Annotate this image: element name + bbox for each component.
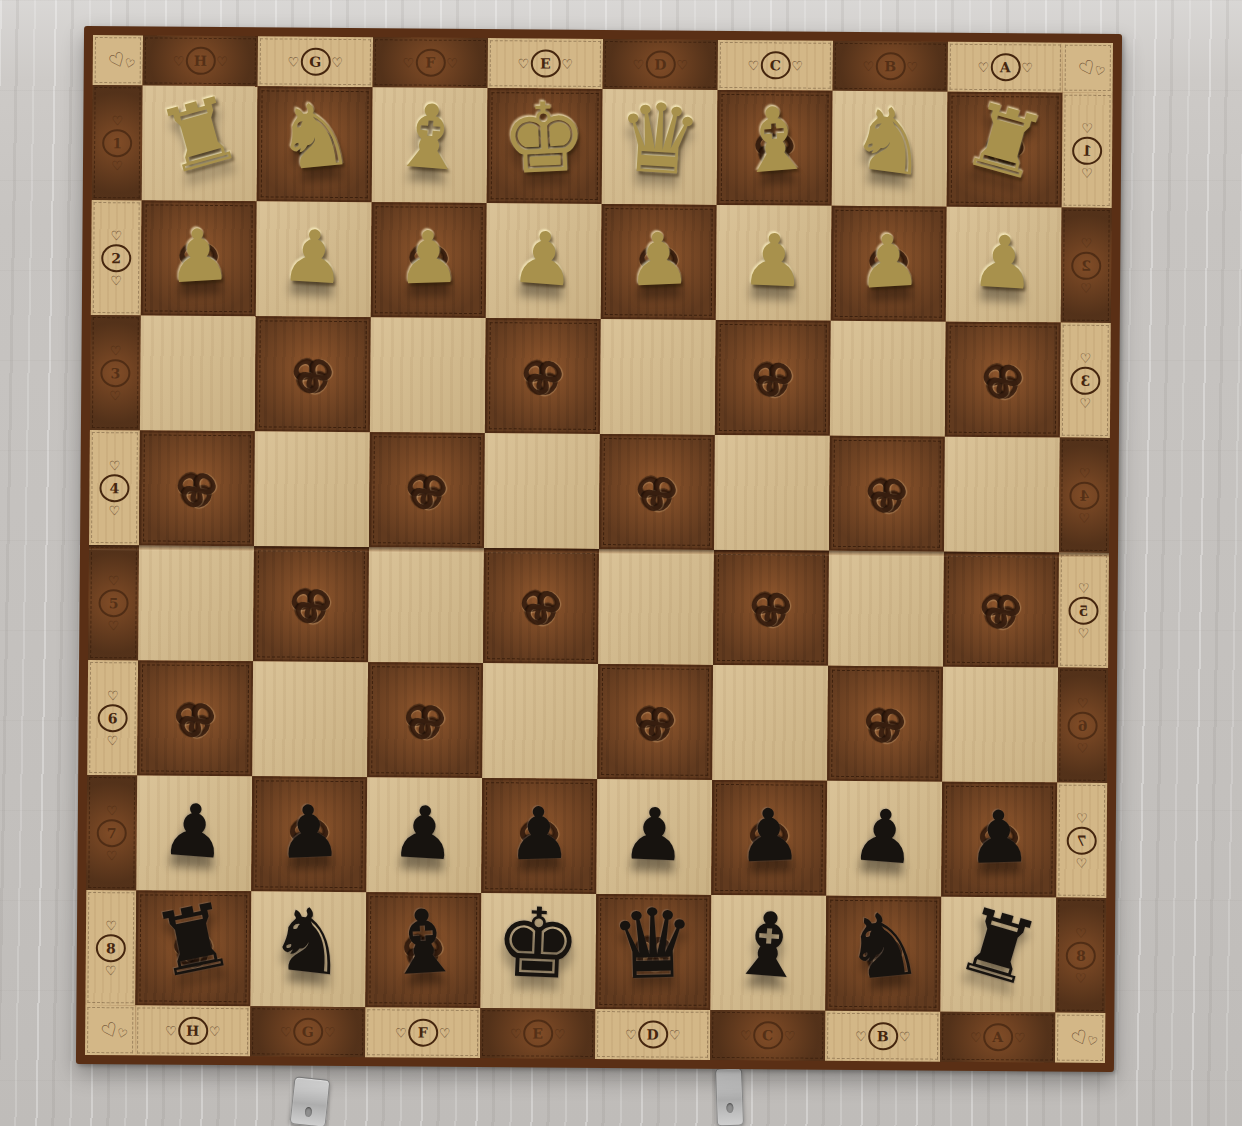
label-medallion: 2 [101,228,131,288]
square-a3[interactable] [945,322,1061,438]
rank-label-left-3: 3 [90,315,141,430]
square-d3[interactable] [600,319,716,435]
file-letter: F [415,49,445,77]
rank-number: 1 [102,129,132,157]
file-label-bottom-c: C [710,1010,825,1061]
label-medallion: 1 [102,113,132,173]
rank-number: 5 [1068,596,1098,624]
label-medallion: B [855,1022,911,1050]
file-letter: E [523,1019,553,1047]
square-h7[interactable]: ♟ [136,775,252,891]
square-d2[interactable]: ♟ [601,204,717,320]
rank-label-left-5: 5 [88,545,139,660]
piece-wB-f1[interactable]: ♝ [387,90,472,184]
file-label-bottom-a: A [940,1012,1055,1063]
file-letter: F [408,1019,438,1047]
label-medallion: 7 [97,803,127,863]
rank-label-right-3: 3 [1060,323,1111,438]
label-medallion: B [863,52,919,80]
square-g7[interactable]: ♟ [251,776,367,892]
file-letter: H [185,47,215,75]
label-medallion: F [395,1018,451,1046]
file-letter: B [868,1022,898,1050]
square-f2[interactable]: ♟ [371,202,487,318]
file-letter: A [983,1023,1013,1051]
piece-wP-b2[interactable]: ♟ [854,223,923,299]
piece-bP-a7[interactable]: ♟ [966,800,1032,874]
file-letter: B [875,52,905,80]
square-c5[interactable] [713,550,829,666]
square-a4[interactable] [944,437,1060,553]
burned-butterfly-ornament-icon [137,660,253,776]
burned-butterfly-ornament-icon [945,322,1061,438]
square-g4[interactable] [254,431,370,547]
file-letter: D [638,1020,668,1048]
square-h1[interactable]: ♜ [142,85,258,201]
rank-label-right-5: 5 [1058,553,1109,668]
file-letter: A [990,53,1020,81]
square-e7[interactable]: ♟ [481,778,597,894]
square-b1[interactable]: ♞ [832,91,948,207]
burned-butterfly-ornament-icon [253,546,369,662]
square-a8[interactable]: ♜ [940,897,1056,1013]
square-g6[interactable] [252,661,368,777]
burned-butterfly-ornament-icon [713,550,829,666]
square-h6[interactable] [137,660,253,776]
rank-label-left-6: 6 [87,660,138,775]
file-label-bottom-b: B [825,1011,940,1062]
square-f6[interactable] [367,662,483,778]
burned-butterfly-ornament-icon [599,434,715,550]
piece-wB-c1[interactable]: ♝ [732,93,818,187]
corner-heart-ornament: ♡ [1063,43,1113,93]
square-c8[interactable]: ♝ [710,895,826,1011]
piece-bR-a8[interactable]: ♜ [948,893,1049,1000]
file-letter: G [300,48,330,76]
square-h5[interactable] [138,545,254,661]
piece-wP-a2[interactable]: ♟ [969,224,1038,300]
piece-wP-c2[interactable]: ♟ [740,223,808,298]
burned-butterfly-ornament-icon [829,436,945,552]
heart-icon: ♡ [1076,54,1100,81]
label-medallion: C [740,1021,796,1049]
square-f4[interactable] [369,432,485,548]
label-medallion: A [970,1023,1026,1051]
label-medallion: H [165,1017,221,1045]
label-medallion: 8 [96,918,126,978]
piece-wP-e2[interactable]: ♟ [509,220,579,297]
square-f7[interactable]: ♟ [366,777,482,893]
label-medallion: 6 [1067,695,1097,755]
file-letter: G [293,1018,323,1046]
square-d7[interactable]: ♟ [596,779,712,895]
piece-bP-g7[interactable]: ♟ [275,794,343,869]
square-a6[interactable] [942,667,1058,783]
rank-label-left-1: 1 [92,85,143,200]
square-d1[interactable]: ♛ [602,89,718,205]
square-f3[interactable] [370,317,486,433]
label-medallion: F [403,48,459,76]
rank-number: 8 [1066,941,1096,969]
label-medallion: 4 [99,458,129,518]
square-e8[interactable]: ♚ [480,893,596,1009]
label-medallion: E [518,49,574,77]
label-medallion: G [288,48,344,76]
square-b2[interactable]: ♟ [831,206,947,322]
piece-wN-g1[interactable]: ♞ [271,89,358,184]
square-b5[interactable] [828,551,944,667]
file-label-top-h: H [143,35,258,86]
square-c7[interactable]: ♟ [711,780,827,896]
rank-number: 8 [96,934,126,962]
burned-butterfly-ornament-icon [255,316,371,432]
square-h2[interactable]: ♟ [141,200,257,316]
burned-butterfly-ornament-icon [485,318,601,434]
piece-bK-e8[interactable]: ♚ [493,893,583,993]
rank-number: 7 [97,819,127,847]
file-label-bottom-h: H [135,1005,250,1056]
square-c1[interactable]: ♝ [717,90,833,206]
burned-butterfly-ornament-icon [715,320,831,436]
rank-number: 1 [1072,136,1102,164]
square-b6[interactable] [827,666,943,782]
label-medallion: 1 [1072,120,1102,180]
label-medallion: 2 [1071,235,1101,295]
burned-butterfly-ornament-icon [369,432,485,548]
square-g5[interactable] [253,546,369,662]
piece-wP-d2[interactable]: ♟ [625,222,693,297]
corner-heart-ornament: ♡ [85,1005,135,1055]
piece-bP-h7[interactable]: ♟ [159,792,229,869]
square-d6[interactable] [597,664,713,780]
burned-butterfly-ornament-icon [139,430,255,546]
floor-background: ♡HGFEDCBA♡1♜♞♝♚♛♝♞♜12♟♟♟♟♟♟♟♟2334455667♟… [0,0,1242,1126]
file-label-bottom-d: D [595,1009,710,1060]
heart-icon: ♡ [1068,1024,1092,1051]
square-f1[interactable]: ♝ [372,87,488,203]
file-letter: C [760,51,790,79]
square-g1[interactable]: ♞ [257,86,373,202]
square-e2[interactable]: ♟ [486,203,602,319]
square-e3[interactable] [485,318,601,434]
piece-wP-h2[interactable]: ♟ [164,217,233,293]
file-label-bottom-e: E [480,1008,595,1059]
rank-label-left-8: 8 [85,890,136,1005]
square-b7[interactable]: ♟ [826,781,942,897]
rank-label-right-8: 8 [1055,898,1106,1013]
square-d8[interactable]: ♛ [595,894,711,1010]
piece-bQ-d8[interactable]: ♛ [609,895,698,993]
piece-bN-g8[interactable]: ♞ [264,893,352,989]
square-h4[interactable] [139,430,255,546]
corner-heart-ornament: ♡ [1055,1013,1105,1063]
label-medallion: D [633,50,689,78]
burned-butterfly-ornament-icon [597,664,713,780]
piece-bB-f8[interactable]: ♝ [381,896,465,989]
label-medallion: 3 [1070,350,1100,410]
piece-bP-e7[interactable]: ♟ [506,796,572,870]
square-c2[interactable]: ♟ [716,205,832,321]
square-g8[interactable]: ♞ [250,891,366,1007]
square-a7[interactable]: ♟ [941,782,1057,898]
label-medallion: A [978,53,1034,81]
piece-wN-b1[interactable]: ♞ [845,92,935,189]
burned-butterfly-ornament-icon [943,552,1059,668]
rank-label-left-4: 4 [89,430,140,545]
square-h8[interactable]: ♜ [135,890,251,1006]
square-h3[interactable] [140,315,256,431]
square-a5[interactable] [943,552,1059,668]
square-g3[interactable] [255,316,371,432]
square-a1[interactable]: ♜ [947,92,1063,208]
square-e4[interactable] [484,433,600,549]
corner-heart-ornament: ♡ [93,35,143,85]
file-letter: C [753,1021,783,1049]
file-label-top-a: A [948,42,1063,93]
file-letter: H [178,1017,208,1045]
file-label-top-c: C [718,40,833,91]
label-medallion: 5 [98,573,128,633]
piece-bP-b7[interactable]: ♟ [849,797,919,874]
square-f5[interactable] [368,547,484,663]
burned-butterfly-ornament-icon [367,662,483,778]
piece-bP-f7[interactable]: ♟ [390,794,459,870]
rank-number: 6 [98,704,128,732]
rank-label-right-6: 6 [1057,668,1108,783]
label-medallion: 8 [1066,925,1096,985]
square-c4[interactable] [714,435,830,551]
metal-clasp-right [715,1068,744,1126]
file-label-top-b: B [833,41,948,92]
square-d4[interactable] [599,434,715,550]
rank-number: 2 [101,244,131,272]
piece-bP-d7[interactable]: ♟ [620,797,688,872]
rank-label-right-1: 1 [1062,93,1113,208]
square-f8[interactable]: ♝ [365,892,481,1008]
label-medallion: H [173,47,229,75]
square-b4[interactable] [829,436,945,552]
piece-bN-b8[interactable]: ♞ [840,898,927,993]
rank-label-right-2: 2 [1061,208,1112,323]
rank-number: 3 [100,359,130,387]
piece-wQ-d1[interactable]: ♛ [614,88,706,189]
square-e5[interactable] [483,548,599,664]
label-medallion: C [748,51,804,79]
label-medallion: 6 [97,688,127,748]
label-medallion: G [280,1018,336,1046]
rank-number: 7 [1067,826,1097,854]
rank-number: 6 [1068,711,1098,739]
square-b8[interactable]: ♞ [825,896,941,1012]
piece-wP-f2[interactable]: ♟ [396,220,462,294]
piece-wP-g2[interactable]: ♟ [279,218,348,294]
square-c3[interactable] [715,320,831,436]
metal-clasp-left [290,1076,331,1126]
square-e1[interactable]: ♚ [487,88,603,204]
file-label-bottom-f: F [365,1007,480,1058]
rank-label-left-7: 7 [86,775,137,890]
rank-number: 5 [98,589,128,617]
rank-label-right-7: 7 [1056,783,1107,898]
file-label-bottom-g: G [250,1006,365,1057]
rank-number: 4 [99,474,129,502]
file-letter: D [645,50,675,78]
burned-butterfly-ornament-icon [483,548,599,664]
square-a2[interactable]: ♟ [946,207,1062,323]
label-medallion: 4 [1069,465,1099,525]
label-medallion: 7 [1066,810,1096,870]
file-label-top-e: E [488,38,603,89]
piece-bP-c7[interactable]: ♟ [735,797,803,872]
rank-label-right-4: 4 [1059,438,1110,553]
heart-icon: ♡ [106,47,130,74]
rank-label-left-2: 2 [91,200,142,315]
file-label-top-f: F [373,37,488,88]
square-c6[interactable] [712,665,828,781]
square-d5[interactable] [598,549,714,665]
file-label-top-g: G [258,36,373,87]
burned-butterfly-ornament-icon [827,666,943,782]
label-medallion: 3 [100,343,130,403]
square-b3[interactable] [830,321,946,437]
heart-icon: ♡ [98,1017,122,1044]
label-medallion: D [625,1020,681,1048]
square-e6[interactable] [482,663,598,779]
rank-number: 2 [1071,251,1101,279]
piece-bB-c8[interactable]: ♝ [726,898,811,992]
file-letter: E [530,49,560,77]
label-medallion: 5 [1068,580,1098,640]
rank-number: 4 [1069,481,1099,509]
square-g2[interactable]: ♟ [256,201,372,317]
piece-wK-e1[interactable]: ♚ [500,88,590,188]
label-medallion: E [510,1019,566,1047]
piece-wR-h1[interactable]: ♜ [150,82,250,188]
chess-board: ♡HGFEDCBA♡1♜♞♝♚♛♝♞♜12♟♟♟♟♟♟♟♟2334455667♟… [76,26,1122,1072]
rank-number: 3 [1070,366,1100,394]
